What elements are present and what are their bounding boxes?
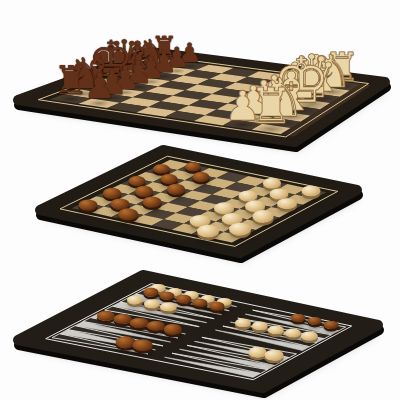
boards-canvas (0, 0, 400, 400)
checkers-board (40, 150, 360, 262)
backgammon-board (18, 275, 381, 397)
chess-board (18, 52, 388, 151)
product-photo-3in1-game-set: ♜♟♟♜♞♟♟♞♝♟♟♝♛♟♟♛♚♟♟♚♝♟♟♝♞♟♟♞♜♟♟♜ (0, 0, 400, 400)
